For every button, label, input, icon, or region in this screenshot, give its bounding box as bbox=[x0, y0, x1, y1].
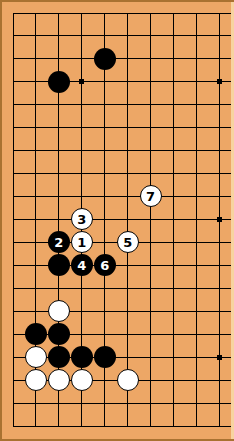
intersection bbox=[185, 208, 208, 231]
intersection bbox=[208, 208, 231, 231]
intersection bbox=[70, 162, 93, 185]
white-stone-move-5: 5 bbox=[117, 231, 139, 253]
intersection bbox=[24, 47, 47, 70]
intersection bbox=[162, 369, 185, 392]
intersection bbox=[47, 300, 70, 323]
white-stone bbox=[48, 300, 70, 322]
intersection bbox=[2, 162, 25, 185]
intersection bbox=[2, 139, 25, 162]
intersection bbox=[24, 323, 47, 346]
intersection bbox=[139, 208, 162, 231]
black-stone-move-4: 4 bbox=[71, 254, 93, 276]
intersection bbox=[70, 346, 93, 369]
intersection bbox=[185, 70, 208, 93]
intersection bbox=[47, 277, 70, 300]
intersection bbox=[24, 2, 47, 25]
intersection bbox=[70, 414, 93, 437]
intersection bbox=[2, 346, 25, 369]
intersection bbox=[139, 277, 162, 300]
intersection bbox=[24, 116, 47, 139]
intersection bbox=[93, 369, 116, 392]
intersection bbox=[185, 47, 208, 70]
intersection bbox=[185, 346, 208, 369]
board-edge-right bbox=[231, 2, 234, 439]
intersection bbox=[70, 139, 93, 162]
intersection bbox=[93, 231, 116, 254]
intersection bbox=[162, 47, 185, 70]
intersection bbox=[208, 70, 231, 93]
move-number: 1 bbox=[77, 236, 86, 249]
intersection bbox=[47, 93, 70, 116]
intersection bbox=[162, 208, 185, 231]
intersection bbox=[2, 391, 25, 414]
intersection bbox=[2, 116, 25, 139]
intersection bbox=[116, 2, 139, 25]
intersection bbox=[70, 47, 93, 70]
intersection: 3 bbox=[70, 208, 93, 231]
intersection bbox=[70, 185, 93, 208]
intersection bbox=[2, 254, 25, 277]
move-number: 3 bbox=[77, 213, 86, 226]
intersection bbox=[2, 369, 25, 392]
intersection bbox=[139, 323, 162, 346]
intersection bbox=[162, 116, 185, 139]
intersection bbox=[70, 116, 93, 139]
intersection bbox=[2, 70, 25, 93]
intersection bbox=[185, 369, 208, 392]
intersection bbox=[47, 139, 70, 162]
intersection bbox=[116, 70, 139, 93]
intersection bbox=[185, 323, 208, 346]
intersection bbox=[139, 139, 162, 162]
intersection bbox=[93, 300, 116, 323]
intersection bbox=[116, 300, 139, 323]
intersection bbox=[139, 414, 162, 437]
intersection bbox=[185, 116, 208, 139]
intersection bbox=[162, 254, 185, 277]
intersection bbox=[47, 391, 70, 414]
black-stone-move-2: 2 bbox=[48, 231, 70, 253]
intersection bbox=[2, 208, 25, 231]
intersection bbox=[47, 185, 70, 208]
black-stone bbox=[48, 254, 70, 276]
white-stone-move-1: 1 bbox=[71, 231, 93, 253]
go-board-diagram: 7321546 bbox=[0, 0, 234, 441]
board-edge-top bbox=[0, 0, 234, 2]
intersection bbox=[116, 185, 139, 208]
intersection bbox=[162, 346, 185, 369]
intersection bbox=[208, 323, 231, 346]
intersection bbox=[208, 254, 231, 277]
intersection bbox=[93, 70, 116, 93]
intersection: 4 bbox=[70, 254, 93, 277]
intersection: 6 bbox=[93, 254, 116, 277]
intersection bbox=[162, 414, 185, 437]
intersection bbox=[93, 208, 116, 231]
intersection bbox=[24, 24, 47, 47]
intersection bbox=[116, 391, 139, 414]
intersection bbox=[93, 414, 116, 437]
intersection bbox=[70, 24, 93, 47]
black-stone bbox=[48, 323, 70, 345]
intersection bbox=[208, 185, 231, 208]
intersection bbox=[47, 369, 70, 392]
intersection bbox=[47, 208, 70, 231]
go-board: 7321546 bbox=[2, 2, 231, 438]
intersection bbox=[139, 391, 162, 414]
intersection bbox=[208, 231, 231, 254]
intersection bbox=[139, 93, 162, 116]
intersection bbox=[70, 93, 93, 116]
intersection bbox=[93, 47, 116, 70]
intersection bbox=[116, 93, 139, 116]
intersection bbox=[70, 70, 93, 93]
intersection bbox=[24, 185, 47, 208]
intersection bbox=[116, 323, 139, 346]
intersection bbox=[24, 346, 47, 369]
intersection bbox=[93, 139, 116, 162]
black-stone bbox=[94, 48, 116, 70]
intersection bbox=[162, 2, 185, 25]
white-stone bbox=[117, 369, 139, 391]
intersection bbox=[47, 47, 70, 70]
black-stone bbox=[71, 346, 93, 368]
intersection bbox=[162, 391, 185, 414]
intersection bbox=[208, 346, 231, 369]
intersection bbox=[47, 162, 70, 185]
intersection bbox=[2, 47, 25, 70]
board-edge-left bbox=[0, 0, 2, 441]
intersection bbox=[47, 70, 70, 93]
intersection bbox=[47, 346, 70, 369]
intersection bbox=[24, 70, 47, 93]
intersection bbox=[185, 277, 208, 300]
intersection bbox=[139, 346, 162, 369]
intersection bbox=[116, 139, 139, 162]
intersection bbox=[70, 277, 93, 300]
intersection bbox=[47, 414, 70, 437]
white-stone bbox=[48, 369, 70, 391]
intersection bbox=[185, 231, 208, 254]
intersection bbox=[162, 162, 185, 185]
intersection bbox=[2, 231, 25, 254]
intersection bbox=[208, 24, 231, 47]
intersection: 1 bbox=[70, 231, 93, 254]
intersection bbox=[139, 70, 162, 93]
intersection bbox=[93, 2, 116, 25]
intersection bbox=[70, 391, 93, 414]
intersection bbox=[208, 139, 231, 162]
intersection bbox=[47, 24, 70, 47]
intersection bbox=[93, 24, 116, 47]
intersection bbox=[139, 47, 162, 70]
intersection bbox=[70, 369, 93, 392]
intersection bbox=[162, 24, 185, 47]
black-stone bbox=[48, 346, 70, 368]
intersection bbox=[116, 24, 139, 47]
intersection bbox=[24, 277, 47, 300]
intersection bbox=[116, 116, 139, 139]
intersection bbox=[47, 254, 70, 277]
intersection bbox=[116, 47, 139, 70]
move-number: 2 bbox=[54, 236, 63, 249]
intersection bbox=[185, 162, 208, 185]
white-stone bbox=[25, 346, 47, 368]
intersection bbox=[139, 369, 162, 392]
move-number: 4 bbox=[77, 259, 86, 272]
intersection bbox=[24, 414, 47, 437]
intersection bbox=[185, 139, 208, 162]
intersection bbox=[2, 185, 25, 208]
white-stone-move-3: 3 bbox=[71, 208, 93, 230]
move-number: 6 bbox=[100, 259, 109, 272]
intersection bbox=[2, 300, 25, 323]
intersection bbox=[162, 323, 185, 346]
intersection bbox=[208, 300, 231, 323]
intersection bbox=[208, 93, 231, 116]
black-stone bbox=[25, 323, 47, 345]
intersection bbox=[185, 93, 208, 116]
intersection bbox=[47, 323, 70, 346]
intersection bbox=[116, 369, 139, 392]
intersection bbox=[93, 277, 116, 300]
white-stone bbox=[71, 369, 93, 391]
intersection bbox=[162, 70, 185, 93]
intersection bbox=[208, 414, 231, 437]
intersection bbox=[93, 323, 116, 346]
black-stone bbox=[94, 346, 116, 368]
intersection bbox=[70, 300, 93, 323]
intersection bbox=[93, 391, 116, 414]
intersection bbox=[185, 414, 208, 437]
intersection bbox=[185, 185, 208, 208]
intersection bbox=[2, 277, 25, 300]
intersection bbox=[139, 254, 162, 277]
intersection bbox=[24, 231, 47, 254]
intersection bbox=[185, 2, 208, 25]
intersection bbox=[93, 162, 116, 185]
intersection bbox=[162, 300, 185, 323]
intersection bbox=[116, 414, 139, 437]
intersection bbox=[185, 254, 208, 277]
intersection bbox=[116, 277, 139, 300]
intersection bbox=[24, 208, 47, 231]
intersection: 7 bbox=[139, 185, 162, 208]
intersection bbox=[139, 162, 162, 185]
intersection bbox=[2, 93, 25, 116]
intersection bbox=[139, 2, 162, 25]
intersection bbox=[2, 323, 25, 346]
intersection bbox=[208, 116, 231, 139]
intersection bbox=[116, 346, 139, 369]
intersection bbox=[162, 231, 185, 254]
intersection: 5 bbox=[116, 231, 139, 254]
intersection bbox=[208, 47, 231, 70]
intersection bbox=[2, 24, 25, 47]
intersection bbox=[47, 2, 70, 25]
move-number: 7 bbox=[146, 190, 155, 203]
intersection bbox=[47, 116, 70, 139]
intersection bbox=[139, 231, 162, 254]
intersection bbox=[185, 300, 208, 323]
intersection bbox=[116, 162, 139, 185]
intersection bbox=[24, 254, 47, 277]
intersection bbox=[24, 300, 47, 323]
intersection bbox=[116, 254, 139, 277]
intersection bbox=[24, 93, 47, 116]
intersection bbox=[208, 369, 231, 392]
intersection bbox=[93, 185, 116, 208]
intersection bbox=[162, 139, 185, 162]
intersection bbox=[185, 391, 208, 414]
intersection bbox=[162, 185, 185, 208]
intersection bbox=[24, 391, 47, 414]
intersection bbox=[2, 2, 25, 25]
white-stone bbox=[25, 369, 47, 391]
intersection bbox=[208, 2, 231, 25]
intersection bbox=[208, 277, 231, 300]
intersection bbox=[70, 323, 93, 346]
intersection bbox=[116, 208, 139, 231]
white-stone-move-7: 7 bbox=[140, 185, 162, 207]
black-stone bbox=[48, 71, 70, 93]
intersection bbox=[93, 116, 116, 139]
intersection bbox=[162, 93, 185, 116]
intersection bbox=[139, 24, 162, 47]
intersection bbox=[139, 116, 162, 139]
intersection bbox=[24, 369, 47, 392]
intersection bbox=[162, 277, 185, 300]
intersection bbox=[24, 139, 47, 162]
intersection bbox=[139, 300, 162, 323]
intersection bbox=[93, 93, 116, 116]
intersection bbox=[24, 162, 47, 185]
intersection bbox=[2, 414, 25, 437]
intersection bbox=[93, 346, 116, 369]
intersection bbox=[208, 391, 231, 414]
move-number: 5 bbox=[123, 236, 132, 249]
intersection bbox=[208, 162, 231, 185]
intersection bbox=[70, 2, 93, 25]
intersection: 2 bbox=[47, 231, 70, 254]
intersection bbox=[185, 24, 208, 47]
black-stone-move-6: 6 bbox=[94, 254, 116, 276]
